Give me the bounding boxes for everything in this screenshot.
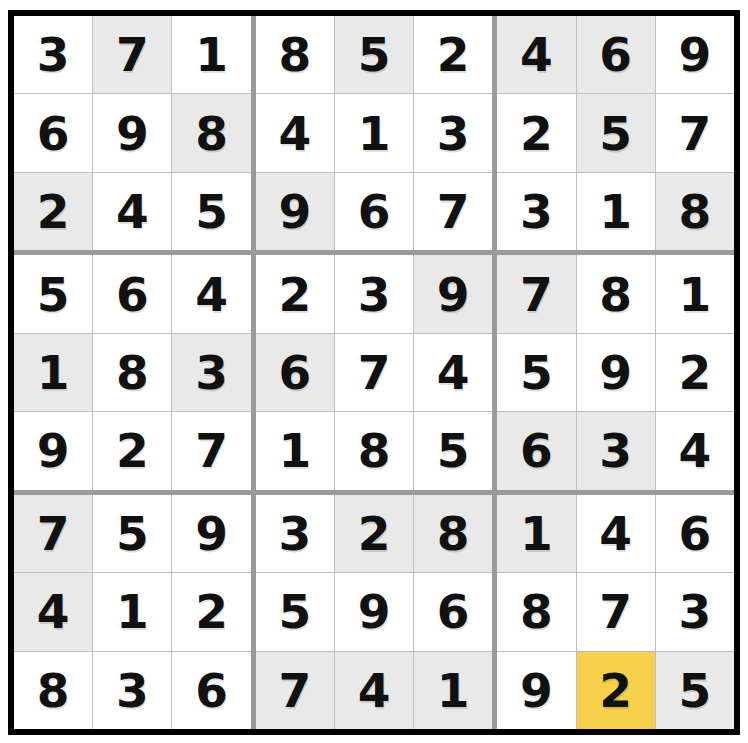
cell-r9c8[interactable]: 2	[577, 652, 655, 729]
cell-r7c8[interactable]: 4	[577, 495, 655, 572]
cell-r4c7[interactable]: 7	[497, 255, 575, 332]
sudoku-box-3: 469257318	[497, 16, 734, 250]
sudoku-box-8: 328596741	[256, 495, 493, 729]
cell-r2c2[interactable]: 9	[93, 94, 171, 171]
cell-r9c1[interactable]: 8	[14, 652, 92, 729]
cell-r7c5[interactable]: 2	[335, 495, 413, 572]
cell-r7c6[interactable]: 8	[414, 495, 492, 572]
cell-r4c1[interactable]: 5	[14, 255, 92, 332]
cell-r7c3[interactable]: 9	[172, 495, 250, 572]
sudoku-box-6: 781592634	[497, 255, 734, 489]
cell-r3c4[interactable]: 9	[256, 173, 334, 250]
cell-r7c2[interactable]: 5	[93, 495, 171, 572]
cell-r2c4[interactable]: 4	[256, 94, 334, 171]
cell-r4c2[interactable]: 6	[93, 255, 171, 332]
cell-r6c3[interactable]: 7	[172, 412, 250, 489]
cell-r1c9[interactable]: 9	[656, 16, 734, 93]
cell-r8c5[interactable]: 9	[335, 573, 413, 650]
cell-r3c9[interactable]: 8	[656, 173, 734, 250]
sudoku-box-9: 146873925	[497, 495, 734, 729]
cell-r7c1[interactable]: 7	[14, 495, 92, 572]
cell-r9c2[interactable]: 3	[93, 652, 171, 729]
cell-r5c9[interactable]: 2	[656, 334, 734, 411]
sudoku-page: 3716982458524139674692573185641839272396…	[0, 0, 748, 743]
cell-r8c8[interactable]: 7	[577, 573, 655, 650]
cell-r2c8[interactable]: 5	[577, 94, 655, 171]
cell-r6c1[interactable]: 9	[14, 412, 92, 489]
sudoku-box-5: 239674185	[256, 255, 493, 489]
cell-r3c2[interactable]: 4	[93, 173, 171, 250]
cell-r8c1[interactable]: 4	[14, 573, 92, 650]
cell-r6c4[interactable]: 1	[256, 412, 334, 489]
cell-r4c9[interactable]: 1	[656, 255, 734, 332]
cell-r6c2[interactable]: 2	[93, 412, 171, 489]
cell-r9c4[interactable]: 7	[256, 652, 334, 729]
cell-r5c1[interactable]: 1	[14, 334, 92, 411]
cell-r1c2[interactable]: 7	[93, 16, 171, 93]
cell-r9c7[interactable]: 9	[497, 652, 575, 729]
cell-r3c7[interactable]: 3	[497, 173, 575, 250]
sudoku-box-1: 371698245	[14, 16, 251, 250]
cell-r4c8[interactable]: 8	[577, 255, 655, 332]
cell-r5c3[interactable]: 3	[172, 334, 250, 411]
cell-r6c5[interactable]: 8	[335, 412, 413, 489]
cell-r9c5[interactable]: 4	[335, 652, 413, 729]
cell-r9c6[interactable]: 1	[414, 652, 492, 729]
cell-r5c8[interactable]: 9	[577, 334, 655, 411]
cell-r1c4[interactable]: 8	[256, 16, 334, 93]
cell-r2c6[interactable]: 3	[414, 94, 492, 171]
cell-r2c5[interactable]: 1	[335, 94, 413, 171]
cell-r5c5[interactable]: 7	[335, 334, 413, 411]
cell-r8c7[interactable]: 8	[497, 573, 575, 650]
cell-r4c4[interactable]: 2	[256, 255, 334, 332]
cell-r1c8[interactable]: 6	[577, 16, 655, 93]
cell-r1c5[interactable]: 5	[335, 16, 413, 93]
cell-r5c7[interactable]: 5	[497, 334, 575, 411]
cell-r1c6[interactable]: 2	[414, 16, 492, 93]
cell-r2c1[interactable]: 6	[14, 94, 92, 171]
cell-r7c4[interactable]: 3	[256, 495, 334, 572]
cell-r8c2[interactable]: 1	[93, 573, 171, 650]
cell-r5c4[interactable]: 6	[256, 334, 334, 411]
cell-r4c5[interactable]: 3	[335, 255, 413, 332]
sudoku-board: 3716982458524139674692573185641839272396…	[8, 10, 740, 735]
cell-r4c3[interactable]: 4	[172, 255, 250, 332]
cell-r2c7[interactable]: 2	[497, 94, 575, 171]
cell-r9c9[interactable]: 5	[656, 652, 734, 729]
cell-r8c3[interactable]: 2	[172, 573, 250, 650]
cell-r4c6[interactable]: 9	[414, 255, 492, 332]
sudoku-box-4: 564183927	[14, 255, 251, 489]
cell-r6c9[interactable]: 4	[656, 412, 734, 489]
cell-r8c9[interactable]: 3	[656, 573, 734, 650]
cell-r3c8[interactable]: 1	[577, 173, 655, 250]
cell-r8c6[interactable]: 6	[414, 573, 492, 650]
cell-r3c5[interactable]: 6	[335, 173, 413, 250]
cell-r7c7[interactable]: 1	[497, 495, 575, 572]
cell-r2c3[interactable]: 8	[172, 94, 250, 171]
cell-r9c3[interactable]: 6	[172, 652, 250, 729]
cell-r1c1[interactable]: 3	[14, 16, 92, 93]
sudoku-box-7: 759412836	[14, 495, 251, 729]
cell-r6c7[interactable]: 6	[497, 412, 575, 489]
cell-r5c6[interactable]: 4	[414, 334, 492, 411]
cell-r2c9[interactable]: 7	[656, 94, 734, 171]
cell-r8c4[interactable]: 5	[256, 573, 334, 650]
cell-r3c1[interactable]: 2	[14, 173, 92, 250]
cell-r1c3[interactable]: 1	[172, 16, 250, 93]
cell-r1c7[interactable]: 4	[497, 16, 575, 93]
cell-r6c8[interactable]: 3	[577, 412, 655, 489]
cell-r5c2[interactable]: 8	[93, 334, 171, 411]
sudoku-box-2: 852413967	[256, 16, 493, 250]
cell-r6c6[interactable]: 5	[414, 412, 492, 489]
cell-r7c9[interactable]: 6	[656, 495, 734, 572]
cell-r3c6[interactable]: 7	[414, 173, 492, 250]
cell-r3c3[interactable]: 5	[172, 173, 250, 250]
